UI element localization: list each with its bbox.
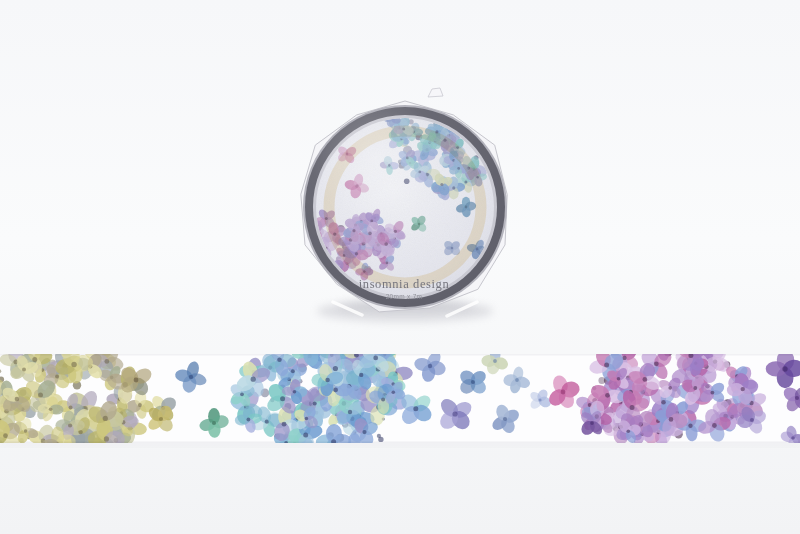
tape-size-label: 20mm x 7m [386,293,423,300]
washi-tape-product-photo: insomnia design 20mm x 7m [0,0,800,534]
hydrangea-washi-scene: insomnia design 20mm x 7m [0,0,800,534]
strip-bottom-shadow [0,443,800,446]
brand-name-label: insomnia design [359,277,450,291]
